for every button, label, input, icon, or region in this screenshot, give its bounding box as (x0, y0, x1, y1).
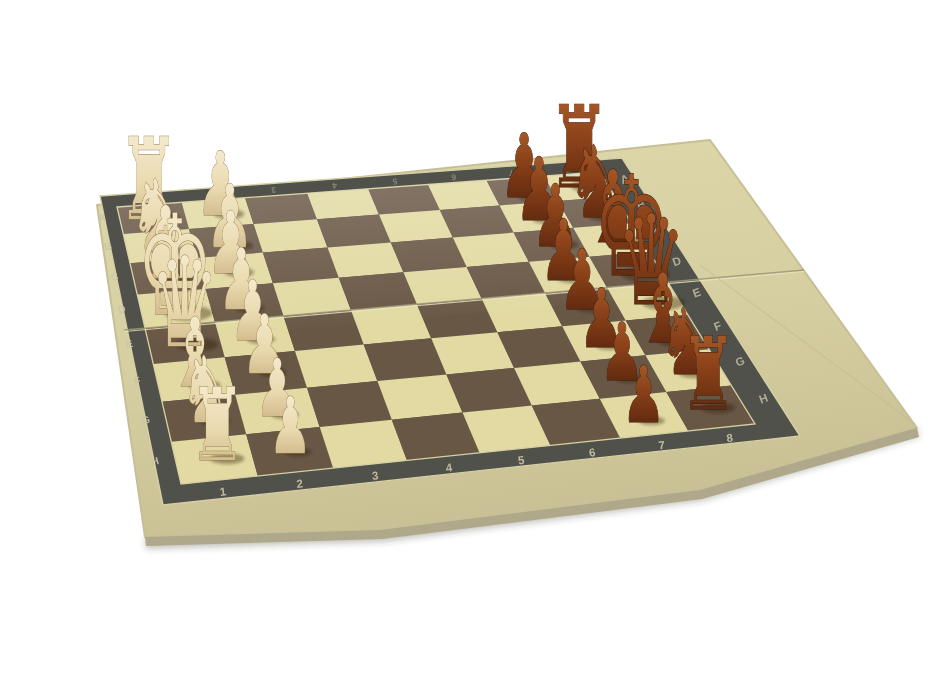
product-photo-stage: AABBCCDDEEFFGGHH1122334455667788 ♜♟♟♞♜♟♝… (0, 0, 928, 686)
square-H3[interactable] (320, 420, 407, 468)
chessboard-photo: AABBCCDDEEFFGGHH1122334455667788 ♜♟♟♞♜♟♝… (0, 0, 928, 686)
square-G3[interactable] (307, 381, 392, 427)
piece-black-pawn-H7[interactable]: ♟ (622, 350, 665, 440)
piece-black-rook-H8[interactable]: ♜ (680, 315, 736, 433)
piece-white-pawn-H2[interactable]: ♟ (269, 381, 312, 471)
piece-white-rook-H1[interactable]: ♜ (189, 366, 245, 484)
